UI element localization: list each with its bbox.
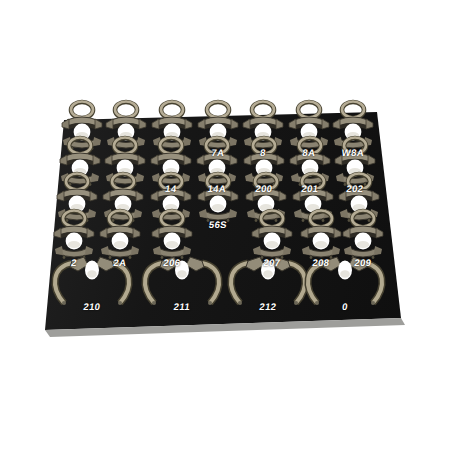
clamp-number-label: 202 [346,183,365,194]
wingless-clamp-icon [138,253,226,307]
clamp-number-label: 8A [302,147,316,158]
clamp-number-label: 0 [341,301,348,312]
clamp-number-label: 212 [259,301,278,312]
clamp-number-label: W8A [341,147,365,158]
clamp-number-label: 2A [113,257,127,268]
clamp-number-label: 207 [263,257,282,268]
clamp-tray-photo: 7A88AW8A1414A20020120256S22A206207208209… [0,0,450,450]
clamp-number-label: 201 [301,183,320,194]
clamp-number-label: 7A [211,147,225,158]
clamp-number-label: 8 [259,147,266,158]
clamp-number-label: 14 [165,183,178,194]
clamp-number-label: 211 [173,301,191,312]
clamp-number-label: 206 [163,257,182,268]
clamp-number-label: 209 [354,257,373,268]
clamp-number-label: 2 [70,257,77,268]
clamp-number-label: 210 [83,301,102,312]
winged-clamp-icon [195,171,241,225]
clamp-number-label: 208 [312,257,331,268]
clamp-number-label: 14A [207,183,227,194]
clamp-number-label: 56S [208,219,228,230]
clamp-number-label: 200 [255,183,274,194]
